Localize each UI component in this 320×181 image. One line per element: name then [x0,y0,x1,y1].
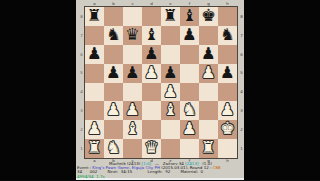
coord-label-3: 3 [239,101,244,120]
right-letterbox [244,0,320,180]
square-c3[interactable]: ♟ [123,101,142,120]
coord-label-a: a [85,1,104,6]
square-g8[interactable]: ♚ [199,7,218,26]
square-f4[interactable] [180,83,199,102]
square-d4[interactable] [142,83,161,102]
square-f5[interactable] [180,64,199,83]
coord-label-2: 2 [79,120,84,139]
square-c1[interactable] [123,139,142,158]
square-e3[interactable]: ♝ [161,101,180,120]
piece-black-knight-h7[interactable]: ♞ [218,26,237,45]
piece-black-pawn-e5[interactable]: ♟ [161,64,180,83]
square-e6[interactable] [161,45,180,64]
square-d3[interactable] [142,101,161,120]
piece-white-king-h2[interactable]: ♚ [218,120,237,139]
piece-white-queen-d1[interactable]: ♛ [142,139,161,158]
square-b8[interactable] [104,7,123,26]
square-d2[interactable] [142,120,161,139]
piece-black-pawn-c5[interactable]: ♟ [123,64,142,83]
piece-black-rook-e8[interactable]: ♜ [161,7,180,26]
coord-label-1: 1 [79,139,84,158]
piece-black-bishop-d7[interactable]: ♝ [142,26,161,45]
piece-white-knight-f3[interactable]: ♞ [180,101,199,120]
coord-label-g: g [199,1,218,6]
piece-white-pawn-e4[interactable]: ♟ [161,83,180,102]
square-b7[interactable]: ♞ [104,26,123,45]
piece-black-pawn-h5[interactable]: ♟ [218,64,237,83]
coord-label-b: b [104,1,123,6]
square-f8[interactable]: ♝ [180,7,199,26]
piece-black-pawn-d6[interactable]: ♟ [142,45,161,64]
coord-label-8: 8 [239,7,244,26]
square-d8[interactable] [142,7,161,26]
piece-black-pawn-a6[interactable]: ♟ [85,45,104,64]
piece-black-pawn-b5[interactable]: ♟ [104,64,123,83]
piece-black-rook-a8[interactable]: ♜ [85,7,104,26]
square-d5[interactable]: ♟ [142,64,161,83]
square-d7[interactable]: ♝ [142,26,161,45]
square-b4[interactable] [104,83,123,102]
piece-black-bishop-f8[interactable]: ♝ [180,7,199,26]
coord-label-3: 3 [79,101,84,120]
coord-label-2: 2 [239,120,244,139]
piece-black-knight-b7[interactable]: ♞ [104,26,123,45]
coord-label-c: c [123,1,142,6]
square-a5[interactable] [85,64,104,83]
coord-label-5: 5 [239,64,244,83]
footer-strip [76,178,244,181]
square-h5[interactable]: ♟ [218,64,237,83]
square-h6[interactable] [218,45,237,64]
board-panel: abcdefgh ♜♜♝♚♞♛♝♟♞♟♟♟♟♟♟♟♟♟♟♟♟♝♞♟♟♝♟♚♜♞♛… [76,0,244,180]
piece-white-pawn-d5[interactable]: ♟ [142,64,161,83]
square-d6[interactable]: ♟ [142,45,161,64]
square-g3[interactable] [199,101,218,120]
piece-white-pawn-h3[interactable]: ♟ [218,101,237,120]
square-g5[interactable]: ♟ [199,64,218,83]
square-c8[interactable] [123,7,142,26]
square-a6[interactable]: ♟ [85,45,104,64]
square-f6[interactable] [180,45,199,64]
square-c7[interactable]: ♛ [123,26,142,45]
square-g2[interactable] [199,120,218,139]
coord-label-f: f [180,1,199,6]
coord-label-e: e [161,1,180,6]
square-a2[interactable]: ♟ [85,120,104,139]
piece-black-pawn-f7[interactable]: ♟ [180,26,199,45]
square-f7[interactable]: ♟ [180,26,199,45]
piece-white-rook-g1[interactable]: ♜ [199,139,218,158]
square-f1[interactable] [180,139,199,158]
square-c2[interactable]: ♝ [123,120,142,139]
square-b6[interactable] [104,45,123,64]
coord-label-7: 7 [239,26,244,45]
piece-white-pawn-c3[interactable]: ♟ [123,101,142,120]
square-c6[interactable] [123,45,142,64]
square-b5[interactable]: ♟ [104,64,123,83]
coord-label-6: 6 [79,45,84,64]
coord-label-5: 5 [79,64,84,83]
coord-label-4: 4 [79,83,84,102]
square-a3[interactable] [85,101,104,120]
square-c5[interactable]: ♟ [123,64,142,83]
piece-white-pawn-f2[interactable]: ♟ [180,120,199,139]
piece-black-pawn-g6[interactable]: ♟ [199,45,218,64]
square-g4[interactable] [199,83,218,102]
square-e1[interactable] [161,139,180,158]
file-labels-top: abcdefgh [85,1,237,6]
coord-label-1: 1 [239,139,244,158]
square-h1[interactable] [218,139,237,158]
rank-labels-right: 87654321 [239,7,244,158]
square-h2[interactable]: ♚ [218,120,237,139]
piece-white-pawn-a2[interactable]: ♟ [85,120,104,139]
square-e7[interactable] [161,26,180,45]
square-h4[interactable] [218,83,237,102]
square-g6[interactable]: ♟ [199,45,218,64]
square-a1[interactable]: ♜ [85,139,104,158]
coord-label-7: 7 [79,26,84,45]
square-e2[interactable] [161,120,180,139]
piece-black-queen-c7[interactable]: ♛ [123,26,142,45]
coord-label-h: h [218,1,237,6]
piece-white-rook-a1[interactable]: ♜ [85,139,104,158]
coord-label-4: 4 [239,83,244,102]
piece-white-pawn-b3[interactable]: ♟ [104,101,123,120]
coord-label-6: 6 [239,45,244,64]
piece-white-bishop-c2[interactable]: ♝ [123,120,142,139]
square-f2[interactable]: ♟ [180,120,199,139]
square-a8[interactable]: ♜ [85,7,104,26]
square-d1[interactable]: ♛ [142,139,161,158]
square-c4[interactable] [123,83,142,102]
square-h8[interactable] [218,7,237,26]
coord-label-d: d [142,1,161,6]
coord-label-8: 8 [79,7,84,26]
left-letterbox [0,0,76,180]
piece-white-pawn-g5[interactable]: ♟ [199,64,218,83]
piece-white-knight-b1[interactable]: ♞ [104,139,123,158]
square-h7[interactable]: ♞ [218,26,237,45]
square-e8[interactable]: ♜ [161,7,180,26]
square-b2[interactable] [104,120,123,139]
square-e5[interactable]: ♟ [161,64,180,83]
square-f3[interactable]: ♞ [180,101,199,120]
rank-labels-left: 87654321 [79,7,84,158]
piece-white-bishop-e3[interactable]: ♝ [161,101,180,120]
square-e4[interactable]: ♟ [161,83,180,102]
square-b1[interactable]: ♞ [104,139,123,158]
square-g7[interactable] [199,26,218,45]
square-a4[interactable] [85,83,104,102]
square-a7[interactable] [85,26,104,45]
piece-black-king-g8[interactable]: ♚ [199,7,218,26]
chess-board[interactable]: ♜♜♝♚♞♛♝♟♞♟♟♟♟♟♟♟♟♟♟♟♟♝♞♟♟♝♟♚♜♞♛♜ [84,6,238,159]
square-b3[interactable]: ♟ [104,101,123,120]
square-g1[interactable]: ♜ [199,139,218,158]
square-h3[interactable]: ♟ [218,101,237,120]
